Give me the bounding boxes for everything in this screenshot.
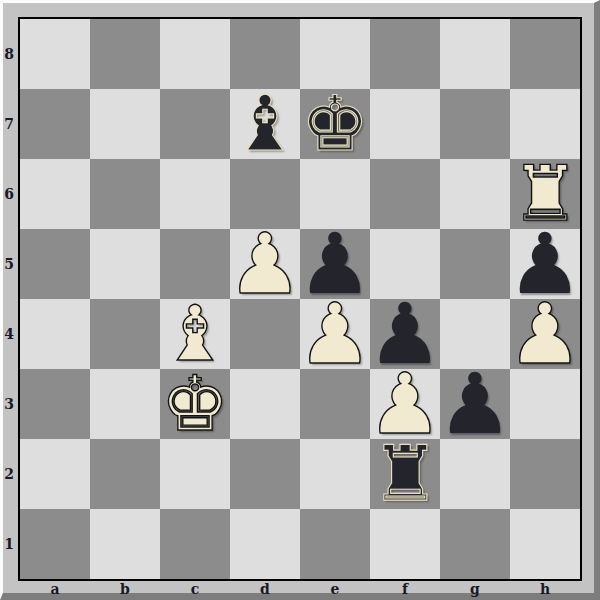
square-b5[interactable] xyxy=(90,229,160,299)
square-h3[interactable] xyxy=(510,369,580,439)
square-e4[interactable]: ♟ xyxy=(300,299,370,369)
rank-label-1: 1 xyxy=(0,509,18,579)
white-pawn-h4: ♟ xyxy=(507,299,582,369)
rank-label-3: 3 xyxy=(0,369,18,439)
square-a7[interactable] xyxy=(20,89,90,159)
square-g3[interactable]: ♟ xyxy=(440,369,510,439)
square-b3[interactable] xyxy=(90,369,160,439)
square-d2[interactable] xyxy=(230,439,300,509)
white-pawn-d5: ♟ xyxy=(227,229,302,299)
white-pawn-e4: ♟ xyxy=(297,299,372,369)
square-g2[interactable] xyxy=(440,439,510,509)
square-e7[interactable]: ♚ xyxy=(300,89,370,159)
square-b2[interactable] xyxy=(90,439,160,509)
square-d5[interactable]: ♟ xyxy=(230,229,300,299)
square-g5[interactable] xyxy=(440,229,510,299)
file-label-f: f xyxy=(370,580,440,598)
square-g1[interactable] xyxy=(440,509,510,579)
file-labels: abcdefgh xyxy=(20,580,580,598)
square-d3[interactable] xyxy=(230,369,300,439)
square-b8[interactable] xyxy=(90,19,160,89)
square-h1[interactable] xyxy=(510,509,580,579)
square-c7[interactable] xyxy=(160,89,230,159)
square-f8[interactable] xyxy=(370,19,440,89)
square-c3[interactable]: ♚ xyxy=(160,369,230,439)
rank-label-4: 4 xyxy=(0,299,18,369)
square-h2[interactable] xyxy=(510,439,580,509)
square-f7[interactable] xyxy=(370,89,440,159)
square-a5[interactable] xyxy=(20,229,90,299)
rank-label-6: 6 xyxy=(0,159,18,229)
file-label-e: e xyxy=(300,580,370,598)
square-h8[interactable] xyxy=(510,19,580,89)
square-g7[interactable] xyxy=(440,89,510,159)
square-d4[interactable] xyxy=(230,299,300,369)
white-king-c3: ♚ xyxy=(161,369,229,439)
black-king-e7: ♚ xyxy=(301,89,369,159)
square-a6[interactable] xyxy=(20,159,90,229)
file-label-b: b xyxy=(90,580,160,598)
rank-label-2: 2 xyxy=(0,439,18,509)
square-c1[interactable] xyxy=(160,509,230,579)
square-a8[interactable] xyxy=(20,19,90,89)
file-label-g: g xyxy=(440,580,510,598)
file-label-c: c xyxy=(160,580,230,598)
rank-labels: 87654321 xyxy=(0,19,18,579)
square-a4[interactable] xyxy=(20,299,90,369)
black-bishop-d7: ♝ xyxy=(231,89,299,159)
square-a1[interactable] xyxy=(20,509,90,579)
square-e2[interactable] xyxy=(300,439,370,509)
square-h4[interactable]: ♟ xyxy=(510,299,580,369)
square-g6[interactable] xyxy=(440,159,510,229)
square-f1[interactable] xyxy=(370,509,440,579)
file-label-a: a xyxy=(20,580,90,598)
square-b6[interactable] xyxy=(90,159,160,229)
square-a3[interactable] xyxy=(20,369,90,439)
rank-label-5: 5 xyxy=(0,229,18,299)
square-d7[interactable]: ♝ xyxy=(230,89,300,159)
chess-board: ♝♚♜♟♟♟♝♟♟♟♚♟♟♜ xyxy=(18,17,582,581)
square-e3[interactable] xyxy=(300,369,370,439)
square-f2[interactable]: ♜ xyxy=(370,439,440,509)
black-pawn-g3: ♟ xyxy=(437,369,512,439)
square-c6[interactable] xyxy=(160,159,230,229)
square-b1[interactable] xyxy=(90,509,160,579)
square-b4[interactable] xyxy=(90,299,160,369)
square-a2[interactable] xyxy=(20,439,90,509)
rank-label-7: 7 xyxy=(0,89,18,159)
file-label-d: d xyxy=(230,580,300,598)
square-g8[interactable] xyxy=(440,19,510,89)
square-f6[interactable] xyxy=(370,159,440,229)
black-rook-f2: ♜ xyxy=(371,439,439,509)
square-c2[interactable] xyxy=(160,439,230,509)
square-b7[interactable] xyxy=(90,89,160,159)
square-d1[interactable] xyxy=(230,509,300,579)
square-c8[interactable] xyxy=(160,19,230,89)
rank-label-8: 8 xyxy=(0,19,18,89)
file-label-h: h xyxy=(510,580,580,598)
square-e1[interactable] xyxy=(300,509,370,579)
